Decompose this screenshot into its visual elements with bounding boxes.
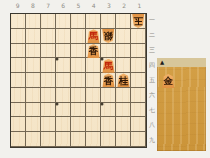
rank-label-4: 四 — [148, 58, 156, 73]
file-label-8: 8 — [25, 1, 40, 10]
cell-2-8[interactable] — [116, 117, 131, 132]
cell-8-5[interactable] — [26, 73, 41, 88]
cell-7-4[interactable] — [41, 58, 56, 73]
rank-label-7: 七 — [148, 103, 156, 118]
cell-4-3[interactable]: 香 — [86, 44, 101, 59]
rank-label-9: 九 — [148, 133, 156, 148]
piece-king[interactable]: 玉 — [132, 14, 145, 28]
cell-4-1[interactable] — [86, 14, 101, 29]
cell-2-5[interactable]: 桂 — [116, 73, 131, 88]
cell-4-2[interactable]: 馬 — [86, 29, 101, 44]
cell-2-7[interactable] — [116, 103, 131, 118]
cell-7-5[interactable] — [41, 73, 56, 88]
cell-7-7[interactable] — [41, 103, 56, 118]
cell-9-6[interactable] — [11, 88, 26, 103]
cell-8-1[interactable] — [26, 14, 41, 29]
shogi-board: 玉馬銀香馬香桂 — [10, 13, 147, 148]
cell-8-9[interactable] — [26, 132, 41, 147]
star-point — [55, 58, 58, 61]
cell-7-2[interactable] — [41, 29, 56, 44]
piece-silver[interactable]: 銀 — [102, 29, 115, 43]
cell-9-2[interactable] — [11, 29, 26, 44]
cell-9-4[interactable] — [11, 58, 26, 73]
cell-8-8[interactable] — [26, 117, 41, 132]
star-point — [101, 103, 104, 106]
rank-label-5: 五 — [148, 73, 156, 88]
cell-1-7[interactable] — [131, 103, 146, 118]
piece-knight[interactable]: 桂 — [117, 73, 130, 87]
cell-4-9[interactable] — [86, 132, 101, 147]
cell-5-1[interactable] — [71, 14, 86, 29]
cell-2-6[interactable] — [116, 88, 131, 103]
komadai: ▲ 金 — [157, 58, 206, 151]
cell-6-8[interactable] — [56, 117, 71, 132]
cell-5-5[interactable] — [71, 73, 86, 88]
cell-1-9[interactable] — [131, 132, 146, 147]
cell-6-6[interactable] — [56, 88, 71, 103]
cell-7-6[interactable] — [41, 88, 56, 103]
cell-9-5[interactable] — [11, 73, 26, 88]
file-label-2: 2 — [117, 1, 132, 10]
rank-label-8: 八 — [148, 118, 156, 133]
cell-8-6[interactable] — [26, 88, 41, 103]
cell-3-8[interactable] — [101, 117, 116, 132]
cell-6-4[interactable] — [56, 58, 71, 73]
star-point — [55, 103, 58, 106]
file-label-5: 5 — [71, 1, 86, 10]
komadai-header: ▲ — [157, 58, 206, 67]
hand-pieces: 金 — [162, 74, 175, 88]
cell-3-6[interactable] — [101, 88, 116, 103]
cell-8-4[interactable] — [26, 58, 41, 73]
cell-4-4[interactable] — [86, 58, 101, 73]
piece-promoted-bishop[interactable]: 馬 — [87, 29, 100, 43]
cell-8-2[interactable] — [26, 29, 41, 44]
rank-label-6: 六 — [148, 88, 156, 103]
cell-1-4[interactable] — [131, 58, 146, 73]
cell-8-3[interactable] — [26, 44, 41, 59]
cell-6-2[interactable] — [56, 29, 71, 44]
file-label-3: 3 — [101, 1, 116, 10]
cell-5-6[interactable] — [71, 88, 86, 103]
cell-6-7[interactable] — [56, 103, 71, 118]
cell-2-2[interactable] — [116, 29, 131, 44]
file-labels: 987654321 — [10, 1, 147, 10]
piece-lance[interactable]: 香 — [102, 73, 115, 87]
cell-5-8[interactable] — [71, 117, 86, 132]
file-label-9: 9 — [10, 1, 25, 10]
cell-1-5[interactable] — [131, 73, 146, 88]
cell-2-1[interactable] — [116, 14, 131, 29]
file-label-7: 7 — [40, 1, 55, 10]
piece-lance[interactable]: 香 — [87, 44, 100, 58]
cell-1-6[interactable] — [131, 88, 146, 103]
cell-9-3[interactable] — [11, 44, 26, 59]
cell-1-2[interactable] — [131, 29, 146, 44]
cell-9-1[interactable] — [11, 14, 26, 29]
cell-3-9[interactable] — [101, 132, 116, 147]
rank-label-2: 二 — [148, 28, 156, 43]
cell-7-8[interactable] — [41, 117, 56, 132]
cell-9-7[interactable] — [11, 103, 26, 118]
cell-8-7[interactable] — [26, 103, 41, 118]
sente-turn-marker: ▲ — [160, 60, 164, 66]
cell-3-2[interactable]: 銀 — [101, 29, 116, 44]
rank-label-3: 三 — [148, 43, 156, 58]
cell-5-7[interactable] — [71, 103, 86, 118]
rank-label-1: 一 — [148, 13, 156, 28]
cell-5-9[interactable] — [71, 132, 86, 147]
cell-7-9[interactable] — [41, 132, 56, 147]
cell-7-1[interactable] — [41, 14, 56, 29]
cell-1-3[interactable] — [131, 44, 146, 59]
cell-3-5[interactable]: 香 — [101, 73, 116, 88]
cell-6-9[interactable] — [56, 132, 71, 147]
cell-3-4[interactable]: 馬 — [101, 58, 116, 73]
cell-4-6[interactable] — [86, 88, 101, 103]
cell-6-5[interactable] — [56, 73, 71, 88]
cell-2-3[interactable] — [116, 44, 131, 59]
file-label-1: 1 — [132, 1, 147, 10]
cell-1-8[interactable] — [131, 117, 146, 132]
cell-6-3[interactable] — [56, 44, 71, 59]
cell-1-1[interactable]: 玉 — [131, 14, 146, 29]
cell-5-4[interactable] — [71, 58, 86, 73]
cell-3-1[interactable] — [101, 14, 116, 29]
cell-9-8[interactable] — [11, 117, 26, 132]
cell-3-3[interactable] — [101, 44, 116, 59]
cell-2-9[interactable] — [116, 132, 131, 147]
file-label-4: 4 — [86, 1, 101, 10]
hand-piece-gold[interactable]: 金 — [162, 74, 175, 88]
cell-5-3[interactable] — [71, 44, 86, 59]
piece-promoted-bishop[interactable]: 馬 — [102, 59, 115, 73]
cell-2-4[interactable] — [116, 58, 131, 73]
cell-4-8[interactable] — [86, 117, 101, 132]
cell-4-7[interactable] — [86, 103, 101, 118]
cell-4-5[interactable] — [86, 73, 101, 88]
star-point — [101, 58, 104, 61]
file-label-6: 6 — [56, 1, 71, 10]
cell-6-1[interactable] — [56, 14, 71, 29]
cell-7-3[interactable] — [41, 44, 56, 59]
cell-9-9[interactable] — [11, 132, 26, 147]
rank-labels: 一二三四五六七八九 — [148, 13, 156, 148]
cell-5-2[interactable] — [71, 29, 86, 44]
